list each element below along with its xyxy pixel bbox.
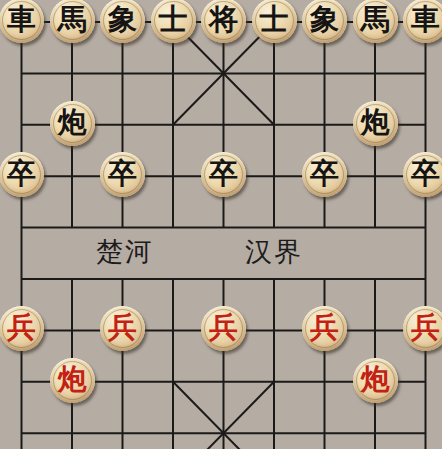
piece-glyph: 炮 bbox=[361, 108, 390, 137]
river-label-chu-he: 楚河 bbox=[96, 238, 154, 266]
piece-glyph: 車 bbox=[7, 5, 36, 34]
piece-glyph: 馬 bbox=[361, 5, 390, 34]
piece-glyph: 士 bbox=[159, 5, 188, 34]
piece-glyph: 象 bbox=[310, 5, 339, 34]
piece-black-soldier[interactable]: 卒 bbox=[201, 152, 246, 197]
piece-black-cannon[interactable]: 炮 bbox=[50, 101, 95, 146]
piece-glyph: 象 bbox=[108, 5, 137, 34]
piece-red-cannon[interactable]: 炮 bbox=[50, 358, 95, 403]
piece-glyph: 炮 bbox=[361, 365, 390, 394]
piece-glyph: 兵 bbox=[411, 313, 440, 342]
river-label-han-jie: 汉界 bbox=[245, 238, 303, 266]
piece-glyph: 卒 bbox=[209, 159, 238, 188]
piece-black-horse[interactable]: 馬 bbox=[353, 0, 398, 43]
piece-black-horse[interactable]: 馬 bbox=[50, 0, 95, 43]
piece-glyph: 卒 bbox=[411, 159, 440, 188]
piece-glyph: 兵 bbox=[108, 313, 137, 342]
piece-black-cannon[interactable]: 炮 bbox=[353, 101, 398, 146]
piece-glyph: 兵 bbox=[209, 313, 238, 342]
piece-glyph: 卒 bbox=[108, 159, 137, 188]
piece-red-cannon[interactable]: 炮 bbox=[353, 358, 398, 403]
piece-glyph: 炮 bbox=[58, 108, 87, 137]
piece-black-soldier[interactable]: 卒 bbox=[100, 152, 145, 197]
piece-black-soldier[interactable]: 卒 bbox=[403, 152, 442, 197]
piece-glyph: 将 bbox=[209, 5, 238, 34]
piece-glyph: 炮 bbox=[58, 365, 87, 394]
piece-glyph: 卒 bbox=[7, 159, 36, 188]
piece-black-soldier[interactable]: 卒 bbox=[302, 152, 347, 197]
piece-glyph: 兵 bbox=[7, 313, 36, 342]
piece-black-elephant[interactable]: 象 bbox=[100, 0, 145, 43]
piece-black-elephant[interactable]: 象 bbox=[302, 0, 347, 43]
piece-black-chariot[interactable]: 車 bbox=[403, 0, 442, 43]
piece-black-advisor[interactable]: 士 bbox=[252, 0, 297, 43]
piece-glyph: 卒 bbox=[310, 159, 339, 188]
piece-glyph: 兵 bbox=[310, 313, 339, 342]
piece-glyph: 馬 bbox=[58, 5, 87, 34]
piece-black-general[interactable]: 将 bbox=[201, 0, 246, 43]
piece-red-soldier[interactable]: 兵 bbox=[403, 306, 442, 351]
piece-glyph: 士 bbox=[260, 5, 289, 34]
xiangqi-board[interactable]: 楚河 汉界 車馬象士将士象馬車炮炮卒卒卒卒卒兵兵兵兵兵炮炮 bbox=[0, 0, 442, 449]
piece-glyph: 車 bbox=[411, 5, 440, 34]
piece-black-advisor[interactable]: 士 bbox=[151, 0, 196, 43]
